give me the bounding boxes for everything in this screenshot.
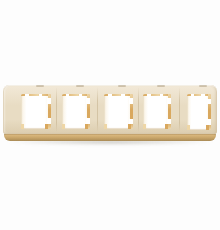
clip-notch-top	[201, 94, 204, 97]
mold-mark	[76, 85, 84, 87]
mold-mark	[36, 85, 44, 87]
window-opening	[62, 94, 91, 129]
window-opening	[187, 94, 211, 130]
clip-notch-top	[39, 94, 43, 97]
clip-notch-bottom	[143, 124, 146, 129]
clip-notch-top	[79, 94, 83, 97]
mold-mark	[118, 85, 126, 87]
window-opening	[104, 94, 134, 130]
clip-notch-right	[86, 98, 90, 104]
module-seam	[138, 87, 139, 132]
clip-notch-bottom	[165, 124, 168, 129]
clip-notch-top	[25, 94, 29, 97]
clip-notch-top	[108, 94, 112, 97]
module-seam	[179, 87, 180, 132]
clip-notch-top	[160, 94, 164, 97]
clip-notch-right	[129, 98, 133, 104]
clip-notch-right	[47, 98, 51, 104]
clip-notch-top	[66, 94, 70, 97]
mold-mark	[199, 85, 207, 87]
mold-mark	[157, 85, 165, 87]
clip-notch-right	[167, 98, 171, 104]
clip-notch-bottom	[21, 124, 24, 129]
module-seam	[97, 87, 98, 132]
clip-notch-bottom	[104, 124, 107, 129]
frame-face	[3, 85, 217, 134]
clip-notch-bottom	[85, 124, 88, 129]
clip-notch-bottom	[187, 125, 190, 130]
clip-notch-right	[207, 99, 211, 105]
window-opening	[21, 94, 51, 129]
window-opening	[143, 94, 171, 130]
clip-notch-bottom	[45, 124, 48, 129]
clip-notch-top	[191, 94, 194, 97]
clip-notch-top	[147, 94, 151, 97]
module-seam	[56, 87, 57, 132]
clip-notch-bottom	[62, 124, 65, 129]
switch-frame	[3, 85, 217, 141]
frame-bottom-edge	[4, 133, 216, 141]
clip-notch-bottom	[128, 124, 131, 129]
clip-notch-bottom	[206, 125, 209, 130]
clip-notch-top	[121, 94, 125, 97]
product-photo[interactable]	[0, 0, 220, 230]
